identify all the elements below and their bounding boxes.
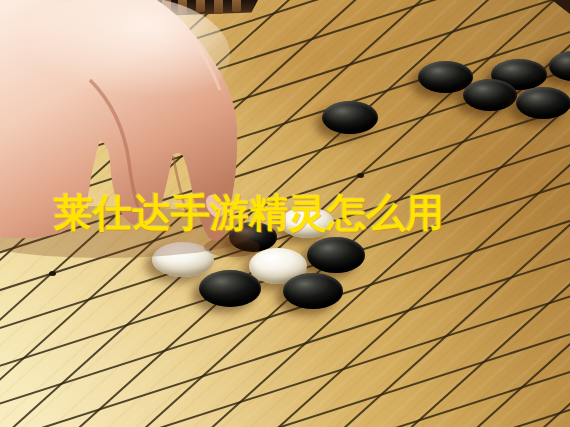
star-point: [49, 271, 56, 276]
go-stone-black: [199, 270, 261, 307]
go-stone-black: [307, 237, 365, 273]
go-stone-black: [283, 273, 343, 309]
star-point: [357, 173, 364, 178]
go-stone-black: [463, 79, 517, 111]
go-stone-black: [322, 101, 378, 134]
go-stone-black: [516, 87, 570, 119]
finger-shadow: [204, 237, 260, 257]
grid-line: [0, 331, 570, 427]
hand-highlight: [10, 0, 230, 115]
go-board-photo: 莱仕达手游精灵怎么用: [0, 0, 570, 427]
grid-line: [0, 366, 570, 427]
overlay-title: 莱仕达手游精灵怎么用: [54, 192, 444, 235]
